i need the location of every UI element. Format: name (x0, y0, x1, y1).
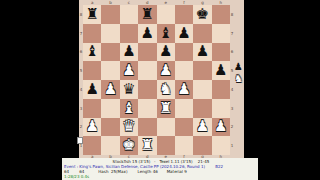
captured-white-knight: ♞ (234, 74, 243, 84)
white-bishop: ♝ (122, 101, 135, 116)
square-c3[interactable]: ♝ (120, 99, 138, 118)
square-g6[interactable]: ♟ (193, 43, 211, 62)
white-king: ♚ (122, 138, 135, 153)
white-to-move-indicator (77, 137, 83, 144)
black-pawn: ♟ (196, 44, 209, 59)
coord-label: 1 (230, 136, 234, 155)
square-c4[interactable]: ♛ (120, 80, 138, 99)
black-pawn: ♟ (85, 82, 98, 97)
square-h2[interactable]: ♟ (212, 118, 230, 137)
square-g4[interactable] (193, 80, 211, 99)
black-rook: ♜ (85, 7, 98, 22)
chess-board[interactable]: ♜♜♚♟♝♟♝♟♟♟♟♟♟♟♟♛♞♟♝♜♟♛♟♟♚♜ (83, 5, 230, 155)
square-c1[interactable]: ♚ (120, 136, 138, 155)
square-d4[interactable] (138, 80, 156, 99)
square-f8[interactable] (175, 5, 193, 24)
square-g7[interactable] (193, 24, 211, 43)
square-b3[interactable] (101, 99, 119, 118)
white-pawn: ♟ (196, 119, 209, 134)
coord-label: 2 (230, 118, 234, 137)
square-b5[interactable] (101, 61, 119, 80)
square-e6[interactable]: ♟ (157, 43, 175, 62)
square-c5[interactable]: ♟ (120, 61, 138, 80)
square-h1[interactable] (212, 136, 230, 155)
eval-info: 1:28/23 0.4s (62, 174, 258, 179)
square-c7[interactable] (120, 24, 138, 43)
status-panel: Stockfish 15 (3'15) - Texel 1.11 (3'15) … (62, 158, 258, 180)
square-c6[interactable]: ♟ (120, 43, 138, 62)
square-h4[interactable] (212, 80, 230, 99)
black-pawn: ♟ (141, 26, 154, 41)
square-g1[interactable] (193, 136, 211, 155)
square-d1[interactable]: ♜ (138, 136, 156, 155)
square-f7[interactable]: ♟ (175, 24, 193, 43)
square-g2[interactable]: ♟ (193, 118, 211, 137)
square-h3[interactable] (212, 99, 230, 118)
square-h7[interactable] (212, 24, 230, 43)
square-g8[interactable]: ♚ (193, 5, 211, 24)
square-a6[interactable]: ♝ (83, 43, 101, 62)
square-h8[interactable] (212, 5, 230, 24)
square-d8[interactable]: ♜ (138, 5, 156, 24)
square-b7[interactable] (101, 24, 119, 43)
black-king: ♚ (196, 7, 209, 22)
captured-pieces-tray: ♟♞ (233, 62, 244, 84)
square-f1[interactable] (175, 136, 193, 155)
square-d5[interactable] (138, 61, 156, 80)
black-pawn: ♟ (214, 63, 227, 78)
square-a8[interactable]: ♜ (83, 5, 101, 24)
square-e1[interactable] (157, 136, 175, 155)
coord-label: 6 (230, 43, 234, 62)
square-a2[interactable]: ♟ (83, 118, 101, 137)
square-e5[interactable]: ♟ (157, 61, 175, 80)
square-f3[interactable] (175, 99, 193, 118)
square-b4[interactable]: ♟ (101, 80, 119, 99)
square-a1[interactable] (83, 136, 101, 155)
white-knight: ♞ (159, 82, 172, 97)
square-c8[interactable] (120, 5, 138, 24)
square-f2[interactable] (175, 118, 193, 137)
white-pawn: ♟ (177, 82, 190, 97)
square-d7[interactable]: ♟ (138, 24, 156, 43)
black-bishop: ♝ (159, 26, 172, 41)
square-e8[interactable] (157, 5, 175, 24)
square-a3[interactable] (83, 99, 101, 118)
square-e7[interactable]: ♝ (157, 24, 175, 43)
white-rook: ♜ (141, 138, 154, 153)
black-queen: ♛ (122, 82, 135, 97)
coord-label: 3 (230, 99, 234, 118)
white-pawn: ♟ (85, 119, 98, 134)
black-pawn: ♟ (177, 26, 190, 41)
square-e2[interactable] (157, 118, 175, 137)
square-f4[interactable]: ♟ (175, 80, 193, 99)
board-surround: abcdefgh 87654321 ♜♜♚♟♝♟♝♟♟♟♟♟♟♟♟♛♞♟♝♜♟♛… (79, 0, 244, 158)
square-b8[interactable] (101, 5, 119, 24)
black-pawn: ♟ (122, 44, 135, 59)
white-pawn: ♟ (159, 63, 172, 78)
square-a4[interactable]: ♟ (83, 80, 101, 99)
black-rook: ♜ (141, 7, 154, 22)
black-pawn: ♟ (159, 44, 172, 59)
white-pawn: ♟ (214, 119, 227, 134)
square-g5[interactable] (193, 61, 211, 80)
white-pawn: ♟ (104, 82, 117, 97)
square-d6[interactable] (138, 43, 156, 62)
square-a7[interactable] (83, 24, 101, 43)
square-b1[interactable] (101, 136, 119, 155)
square-b2[interactable] (101, 118, 119, 137)
square-e3[interactable]: ♜ (157, 99, 175, 118)
square-f5[interactable] (175, 61, 193, 80)
square-h6[interactable] (212, 43, 230, 62)
square-d3[interactable] (138, 99, 156, 118)
square-b6[interactable] (101, 43, 119, 62)
square-e4[interactable]: ♞ (157, 80, 175, 99)
square-d2[interactable] (138, 118, 156, 137)
white-pawn: ♟ (122, 63, 135, 78)
square-a5[interactable] (83, 61, 101, 80)
square-g3[interactable] (193, 99, 211, 118)
square-f6[interactable] (175, 43, 193, 62)
coord-label: 8 (230, 5, 234, 24)
white-queen: ♛ (122, 119, 135, 134)
captured-black-pawn: ♟ (234, 62, 243, 72)
square-h5[interactable]: ♟ (212, 61, 230, 80)
square-c2[interactable]: ♛ (120, 118, 138, 137)
black-bishop: ♝ (85, 44, 98, 59)
coord-label: 7 (230, 24, 234, 43)
white-rook: ♜ (159, 101, 172, 116)
